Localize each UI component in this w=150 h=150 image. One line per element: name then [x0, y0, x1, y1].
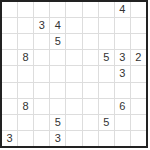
cell[interactable] [34, 50, 49, 65]
cell[interactable]: 3 [34, 18, 49, 33]
cell[interactable] [131, 66, 146, 81]
cell[interactable] [18, 83, 33, 98]
cell[interactable] [18, 131, 33, 146]
cell[interactable] [2, 34, 17, 49]
cell[interactable] [34, 99, 49, 114]
cell[interactable] [2, 83, 17, 98]
cell[interactable] [99, 34, 114, 49]
cell[interactable]: 2 [131, 50, 146, 65]
cell[interactable] [34, 66, 49, 81]
cell[interactable] [115, 34, 130, 49]
cell[interactable] [83, 34, 98, 49]
cell[interactable]: 3 [2, 131, 17, 146]
cell[interactable] [66, 131, 81, 146]
cell[interactable] [50, 2, 65, 17]
cell[interactable]: 4 [115, 2, 130, 17]
cell[interactable] [99, 18, 114, 33]
cell[interactable]: 5 [50, 34, 65, 49]
cell[interactable] [2, 99, 17, 114]
cell[interactable]: 6 [115, 99, 130, 114]
cell[interactable] [131, 83, 146, 98]
cell[interactable] [50, 66, 65, 81]
cell[interactable] [83, 2, 98, 17]
cell[interactable] [34, 2, 49, 17]
cell[interactable] [83, 99, 98, 114]
cell[interactable] [2, 18, 17, 33]
cell[interactable]: 8 [18, 99, 33, 114]
cell[interactable] [83, 83, 98, 98]
cell[interactable] [18, 115, 33, 130]
cell[interactable] [18, 34, 33, 49]
cell[interactable] [34, 83, 49, 98]
cell[interactable] [66, 50, 81, 65]
cell[interactable] [115, 115, 130, 130]
cell[interactable] [115, 131, 130, 146]
cell[interactable] [99, 99, 114, 114]
cell[interactable] [50, 50, 65, 65]
cell[interactable] [131, 18, 146, 33]
cell[interactable] [83, 131, 98, 146]
cell[interactable] [50, 83, 65, 98]
cell[interactable] [131, 2, 146, 17]
sudoku-board: 434585323865533 [0, 0, 148, 148]
cell[interactable] [34, 34, 49, 49]
cell[interactable] [18, 2, 33, 17]
cell[interactable] [2, 50, 17, 65]
cell[interactable] [131, 34, 146, 49]
cell[interactable] [34, 115, 49, 130]
cell[interactable] [99, 83, 114, 98]
cell[interactable] [50, 99, 65, 114]
cell[interactable]: 8 [18, 50, 33, 65]
cell[interactable] [115, 18, 130, 33]
cell[interactable] [99, 66, 114, 81]
cell[interactable] [2, 2, 17, 17]
cell[interactable] [83, 50, 98, 65]
cell[interactable] [83, 18, 98, 33]
cell[interactable] [131, 131, 146, 146]
cell[interactable]: 3 [50, 131, 65, 146]
cell[interactable] [131, 99, 146, 114]
cell[interactable]: 5 [99, 50, 114, 65]
cell[interactable]: 3 [115, 50, 130, 65]
cell[interactable] [131, 115, 146, 130]
cell[interactable] [66, 83, 81, 98]
cell[interactable] [83, 66, 98, 81]
cell[interactable] [115, 83, 130, 98]
cell[interactable] [66, 66, 81, 81]
cell[interactable]: 5 [50, 115, 65, 130]
cell[interactable] [2, 115, 17, 130]
cell[interactable] [66, 99, 81, 114]
cell[interactable] [18, 18, 33, 33]
cell[interactable] [99, 2, 114, 17]
cell[interactable] [66, 115, 81, 130]
cell[interactable] [99, 131, 114, 146]
cell[interactable] [66, 2, 81, 17]
cell[interactable]: 4 [50, 18, 65, 33]
cell[interactable] [66, 18, 81, 33]
cell[interactable] [34, 131, 49, 146]
cell[interactable]: 3 [115, 66, 130, 81]
cell[interactable] [83, 115, 98, 130]
cell[interactable] [2, 66, 17, 81]
cell[interactable] [18, 66, 33, 81]
cell[interactable] [66, 34, 81, 49]
cell[interactable]: 5 [99, 115, 114, 130]
